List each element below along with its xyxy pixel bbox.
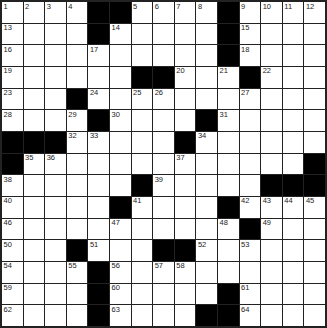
clue-number-15: 15 [241, 24, 249, 32]
cell-r9c4[interactable] [67, 175, 88, 196]
cell-r15c12[interactable]: 64 [240, 305, 261, 326]
cell-r7c11[interactable] [218, 132, 239, 153]
clue-number-19: 19 [4, 67, 12, 75]
cell-r2c12[interactable]: 15 [240, 24, 261, 45]
cell-r6c4[interactable]: 29 [67, 110, 88, 131]
clue-number-6: 6 [155, 3, 159, 11]
clue-number-46: 46 [4, 219, 12, 227]
clue-number-60: 60 [112, 284, 120, 292]
cell-r10c9[interactable] [175, 197, 196, 218]
cell-r14c15[interactable] [304, 284, 325, 305]
cell-r14c2[interactable] [24, 284, 45, 305]
clue-number-61: 61 [241, 284, 249, 292]
cell-r5c5[interactable]: 24 [88, 89, 109, 110]
clue-number-37: 37 [176, 154, 184, 162]
cell-r11c9[interactable] [175, 219, 196, 240]
cell-r1c9[interactable]: 7 [175, 2, 196, 23]
cell-r11c13[interactable]: 49 [261, 219, 282, 240]
cell-r1c13[interactable]: 10 [261, 2, 282, 23]
cell-r6c9[interactable] [175, 110, 196, 131]
cell-r8c10[interactable] [196, 154, 217, 175]
black-cell-r1c11 [218, 2, 239, 23]
black-cell-r12c9 [175, 240, 196, 261]
cell-r13c11[interactable] [218, 262, 239, 283]
cell-r7c7[interactable] [132, 132, 153, 153]
cell-r8c7[interactable] [132, 154, 153, 175]
cell-r14c13[interactable] [261, 284, 282, 305]
cell-r4c11[interactable]: 21 [218, 67, 239, 88]
clue-number-48: 48 [220, 219, 228, 227]
cell-r8c2[interactable]: 35 [24, 154, 45, 175]
cell-r15c15[interactable] [304, 305, 325, 326]
black-cell-r3c11 [218, 45, 239, 66]
black-cell-r12c4 [67, 240, 88, 261]
cell-r1c14[interactable]: 11 [283, 2, 304, 23]
clue-number-47: 47 [112, 219, 120, 227]
cell-r4c5[interactable] [88, 67, 109, 88]
black-cell-r1c5 [88, 2, 109, 23]
black-cell-r8c1 [2, 154, 23, 175]
black-cell-r5c4 [67, 89, 88, 110]
clue-number-54: 54 [4, 262, 12, 270]
cell-r1c4[interactable]: 4 [67, 2, 88, 23]
clue-number-14: 14 [112, 24, 120, 32]
cell-r14c10[interactable] [196, 284, 217, 305]
clue-number-41: 41 [133, 197, 141, 205]
black-cell-r13c5 [88, 262, 109, 283]
cell-r1c15[interactable]: 12 [304, 2, 325, 23]
cell-r4c10[interactable] [196, 67, 217, 88]
cell-r13c4[interactable]: 55 [67, 262, 88, 283]
cell-r2c4[interactable] [67, 24, 88, 45]
cell-r12c1[interactable]: 50 [2, 240, 23, 261]
cell-r12c11[interactable] [218, 240, 239, 261]
cell-r5c7[interactable]: 25 [132, 89, 153, 110]
cell-r6c12[interactable] [240, 110, 261, 131]
cell-r10c5[interactable] [88, 197, 109, 218]
cell-r4c14[interactable] [283, 67, 304, 88]
black-cell-r7c1 [2, 132, 23, 153]
clue-number-31: 31 [220, 111, 228, 119]
cell-r11c10[interactable] [196, 219, 217, 240]
clue-number-12: 12 [306, 3, 314, 11]
cell-r6c15[interactable] [304, 110, 325, 131]
clue-number-53: 53 [241, 241, 249, 249]
clue-number-9: 9 [241, 3, 245, 11]
cell-r1c8[interactable]: 6 [153, 2, 174, 23]
cell-r3c1[interactable]: 16 [2, 45, 23, 66]
clue-number-64: 64 [241, 306, 249, 314]
cell-r15c14[interactable] [283, 305, 304, 326]
cell-r14c4[interactable] [67, 284, 88, 305]
cell-r4c6[interactable] [110, 67, 131, 88]
cell-r5c13[interactable] [261, 89, 282, 110]
clue-number-63: 63 [112, 306, 120, 314]
crossword-board: 1234567891011121314151617181920212223242… [0, 0, 327, 328]
clue-number-30: 30 [112, 111, 120, 119]
cell-r14c6[interactable]: 60 [110, 284, 131, 305]
cell-r9c6[interactable] [110, 175, 131, 196]
clue-number-39: 39 [155, 176, 163, 184]
cell-r8c11[interactable] [218, 154, 239, 175]
cell-r7c15[interactable] [304, 132, 325, 153]
cell-r9c8[interactable]: 39 [153, 175, 174, 196]
cell-r6c1[interactable]: 28 [2, 110, 23, 131]
cell-r11c5[interactable] [88, 219, 109, 240]
black-cell-r10c11 [218, 197, 239, 218]
cell-r1c3[interactable]: 3 [45, 2, 66, 23]
cell-r14c8[interactable] [153, 284, 174, 305]
cell-r7c10[interactable]: 34 [196, 132, 217, 153]
cell-r10c7[interactable]: 41 [132, 197, 153, 218]
cell-r6c7[interactable] [132, 110, 153, 131]
black-cell-r8c15 [304, 154, 325, 175]
cell-r13c7[interactable] [132, 262, 153, 283]
cell-r8c8[interactable] [153, 154, 174, 175]
cell-r2c2[interactable] [24, 24, 45, 45]
clue-number-11: 11 [284, 3, 292, 11]
cell-r3c9[interactable] [175, 45, 196, 66]
cell-r3c7[interactable] [132, 45, 153, 66]
cell-r5c15[interactable] [304, 89, 325, 110]
cell-r7c14[interactable] [283, 132, 304, 153]
clue-number-34: 34 [198, 132, 206, 140]
cell-r13c13[interactable] [261, 262, 282, 283]
cell-r12c15[interactable] [304, 240, 325, 261]
cell-r1c7[interactable]: 5 [132, 2, 153, 23]
cell-r2c1[interactable]: 13 [2, 24, 23, 45]
cell-r9c1[interactable]: 38 [2, 175, 23, 196]
cell-r15c7[interactable] [132, 305, 153, 326]
cell-r11c14[interactable] [283, 219, 304, 240]
cell-r8c14[interactable] [283, 154, 304, 175]
cell-r3c14[interactable] [283, 45, 304, 66]
cell-r8c12[interactable] [240, 154, 261, 175]
clue-number-40: 40 [4, 197, 12, 205]
cell-r2c14[interactable] [283, 24, 304, 45]
cell-r8c5[interactable] [88, 154, 109, 175]
cell-r11c3[interactable] [45, 219, 66, 240]
cell-r13c9[interactable]: 58 [175, 262, 196, 283]
black-cell-r2c5 [88, 24, 109, 45]
cell-r10c12[interactable]: 42 [240, 197, 261, 218]
cell-r7c4[interactable]: 32 [67, 132, 88, 153]
clue-number-21: 21 [220, 67, 228, 75]
clue-number-13: 13 [4, 24, 12, 32]
black-cell-r4c12 [240, 67, 261, 88]
black-cell-r14c5 [88, 284, 109, 305]
clue-number-18: 18 [241, 46, 249, 54]
black-cell-r2c11 [218, 24, 239, 45]
cell-r12c6[interactable] [110, 240, 131, 261]
black-cell-r1c6 [110, 2, 131, 23]
black-cell-r9c14 [283, 175, 304, 196]
cell-r3c4[interactable] [67, 45, 88, 66]
cell-r9c12[interactable] [240, 175, 261, 196]
cell-r2c3[interactable] [45, 24, 66, 45]
cell-r4c13[interactable]: 22 [261, 67, 282, 88]
black-cell-r6c5 [88, 110, 109, 131]
black-cell-r12c8 [153, 240, 174, 261]
crossword-grid: 1234567891011121314151617181920212223242… [0, 0, 327, 328]
clue-number-42: 42 [241, 197, 249, 205]
cell-r11c15[interactable] [304, 219, 325, 240]
black-cell-r10c6 [110, 197, 131, 218]
cell-r13c6[interactable]: 56 [110, 262, 131, 283]
black-cell-r11c12 [240, 219, 261, 240]
cell-r10c13[interactable]: 43 [261, 197, 282, 218]
cell-r13c3[interactable] [45, 262, 66, 283]
cell-r7c12[interactable] [240, 132, 261, 153]
cell-r13c15[interactable] [304, 262, 325, 283]
clue-number-27: 27 [241, 89, 249, 97]
cell-r13c8[interactable]: 57 [153, 262, 174, 283]
clue-number-10: 10 [263, 3, 271, 11]
clue-number-8: 8 [198, 3, 202, 11]
cell-r4c4[interactable] [67, 67, 88, 88]
cell-r3c13[interactable] [261, 45, 282, 66]
cell-r10c10[interactable] [196, 197, 217, 218]
clue-number-35: 35 [25, 154, 33, 162]
cell-r9c11[interactable] [218, 175, 239, 196]
black-cell-r15c10 [196, 305, 217, 326]
cell-r12c12[interactable]: 53 [240, 240, 261, 261]
clue-number-33: 33 [90, 132, 98, 140]
cell-r15c4[interactable] [67, 305, 88, 326]
cell-r4c15[interactable] [304, 67, 325, 88]
cell-r3c8[interactable] [153, 45, 174, 66]
clue-number-43: 43 [263, 197, 271, 205]
cell-r6c13[interactable] [261, 110, 282, 131]
cell-r5c9[interactable] [175, 89, 196, 110]
cell-r9c3[interactable] [45, 175, 66, 196]
cell-r7c8[interactable] [153, 132, 174, 153]
cell-r5c12[interactable]: 27 [240, 89, 261, 110]
clue-number-50: 50 [4, 241, 12, 249]
clue-number-29: 29 [68, 111, 76, 119]
cell-r11c2[interactable] [24, 219, 45, 240]
clue-number-2: 2 [25, 3, 29, 11]
cell-r2c15[interactable] [304, 24, 325, 45]
cell-r10c8[interactable] [153, 197, 174, 218]
clue-number-4: 4 [68, 3, 72, 11]
black-cell-r15c5 [88, 305, 109, 326]
cell-r12c14[interactable] [283, 240, 304, 261]
cell-r15c2[interactable] [24, 305, 45, 326]
cell-r5c11[interactable] [218, 89, 239, 110]
cell-r4c9[interactable]: 20 [175, 67, 196, 88]
cell-r2c6[interactable]: 14 [110, 24, 131, 45]
cell-r9c2[interactable] [24, 175, 45, 196]
cell-r10c3[interactable] [45, 197, 66, 218]
black-cell-r9c15 [304, 175, 325, 196]
cell-r15c6[interactable]: 63 [110, 305, 131, 326]
cell-r15c13[interactable] [261, 305, 282, 326]
cell-r3c15[interactable] [304, 45, 325, 66]
black-cell-r7c3 [45, 132, 66, 153]
cell-r1c10[interactable]: 8 [196, 2, 217, 23]
cell-r14c14[interactable] [283, 284, 304, 305]
cell-r13c12[interactable] [240, 262, 261, 283]
cell-r15c3[interactable] [45, 305, 66, 326]
cell-r14c1[interactable]: 59 [2, 284, 23, 305]
clue-number-25: 25 [133, 89, 141, 97]
clue-number-24: 24 [90, 89, 98, 97]
clue-number-45: 45 [306, 197, 314, 205]
cell-r4c1[interactable]: 19 [2, 67, 23, 88]
cell-r15c1[interactable]: 62 [2, 305, 23, 326]
clue-number-36: 36 [47, 154, 55, 162]
clue-number-5: 5 [133, 3, 137, 11]
clue-number-7: 7 [176, 3, 180, 11]
clue-number-23: 23 [4, 89, 12, 97]
clue-number-44: 44 [284, 197, 292, 205]
cell-r9c5[interactable] [88, 175, 109, 196]
cell-r2c9[interactable] [175, 24, 196, 45]
cell-r8c4[interactable] [67, 154, 88, 175]
clue-number-26: 26 [155, 89, 163, 97]
clue-number-59: 59 [4, 284, 12, 292]
cell-r15c9[interactable] [175, 305, 196, 326]
cell-r9c10[interactable] [196, 175, 217, 196]
cell-r3c2[interactable] [24, 45, 45, 66]
cell-r13c10[interactable] [196, 262, 217, 283]
cell-r2c8[interactable] [153, 24, 174, 45]
black-cell-r4c7 [132, 67, 153, 88]
cell-r9c9[interactable] [175, 175, 196, 196]
black-cell-r15c11 [218, 305, 239, 326]
cell-r11c1[interactable]: 46 [2, 219, 23, 240]
cell-r2c13[interactable] [261, 24, 282, 45]
clue-number-58: 58 [176, 262, 184, 270]
cell-r14c9[interactable] [175, 284, 196, 305]
cell-r6c2[interactable] [24, 110, 45, 131]
black-cell-r14c11 [218, 284, 239, 305]
cell-r5c1[interactable]: 23 [2, 89, 23, 110]
cell-r12c10[interactable]: 52 [196, 240, 217, 261]
black-cell-r7c9 [175, 132, 196, 153]
clue-number-62: 62 [4, 306, 12, 314]
cell-r4c3[interactable] [45, 67, 66, 88]
cell-r3c5[interactable]: 17 [88, 45, 109, 66]
cell-r3c3[interactable] [45, 45, 66, 66]
cell-r10c14[interactable]: 44 [283, 197, 304, 218]
cell-r10c1[interactable]: 40 [2, 197, 23, 218]
clue-number-16: 16 [4, 46, 12, 54]
clue-number-57: 57 [155, 262, 163, 270]
clue-number-38: 38 [4, 176, 12, 184]
cell-r10c15[interactable]: 45 [304, 197, 325, 218]
cell-r11c6[interactable]: 47 [110, 219, 131, 240]
cell-r12c3[interactable] [45, 240, 66, 261]
clue-number-3: 3 [47, 3, 51, 11]
black-cell-r7c2 [24, 132, 45, 153]
cell-r12c13[interactable] [261, 240, 282, 261]
cell-r12c7[interactable] [132, 240, 153, 261]
cell-r3c12[interactable]: 18 [240, 45, 261, 66]
cell-r15c8[interactable] [153, 305, 174, 326]
cell-r11c11[interactable]: 48 [218, 219, 239, 240]
cell-r13c2[interactable] [24, 262, 45, 283]
clue-number-17: 17 [90, 46, 98, 54]
cell-r2c10[interactable] [196, 24, 217, 45]
cell-r14c12[interactable]: 61 [240, 284, 261, 305]
cell-r11c7[interactable] [132, 219, 153, 240]
clue-number-1: 1 [4, 3, 8, 11]
cell-r2c7[interactable] [132, 24, 153, 45]
cell-r11c4[interactable] [67, 219, 88, 240]
cell-r4c2[interactable] [24, 67, 45, 88]
cell-r5c14[interactable] [283, 89, 304, 110]
cell-r10c4[interactable] [67, 197, 88, 218]
black-cell-r4c8 [153, 67, 174, 88]
cell-r7c5[interactable]: 33 [88, 132, 109, 153]
cell-r6c6[interactable]: 30 [110, 110, 131, 131]
cell-r1c2[interactable]: 2 [24, 2, 45, 23]
cell-r12c5[interactable]: 51 [88, 240, 109, 261]
black-cell-r9c7 [132, 175, 153, 196]
clue-number-49: 49 [263, 219, 271, 227]
clue-number-56: 56 [112, 262, 120, 270]
cell-r8c9[interactable]: 37 [175, 154, 196, 175]
cell-r11c8[interactable] [153, 219, 174, 240]
cell-r8c6[interactable] [110, 154, 131, 175]
cell-r5c3[interactable] [45, 89, 66, 110]
clue-number-55: 55 [68, 262, 76, 270]
cell-r14c7[interactable] [132, 284, 153, 305]
clue-number-20: 20 [176, 67, 184, 75]
cell-r6c8[interactable] [153, 110, 174, 131]
cell-r8c13[interactable] [261, 154, 282, 175]
cell-r6c3[interactable] [45, 110, 66, 131]
cell-r14c3[interactable] [45, 284, 66, 305]
clue-number-32: 32 [68, 132, 76, 140]
cell-r5c6[interactable] [110, 89, 131, 110]
cell-r12c2[interactable] [24, 240, 45, 261]
clue-number-22: 22 [263, 67, 271, 75]
cell-r5c2[interactable] [24, 89, 45, 110]
cell-r6c14[interactable] [283, 110, 304, 131]
cell-r3c10[interactable] [196, 45, 217, 66]
clue-number-52: 52 [198, 241, 206, 249]
clue-number-51: 51 [90, 241, 98, 249]
cell-r3c6[interactable] [110, 45, 131, 66]
black-cell-r9c13 [261, 175, 282, 196]
cell-r13c1[interactable]: 54 [2, 262, 23, 283]
cell-r5c8[interactable]: 26 [153, 89, 174, 110]
cell-r10c2[interactable] [24, 197, 45, 218]
cell-r5c10[interactable] [196, 89, 217, 110]
cell-r6c11[interactable]: 31 [218, 110, 239, 131]
cell-r1c12[interactable]: 9 [240, 2, 261, 23]
clue-number-28: 28 [4, 111, 12, 119]
cell-r7c13[interactable] [261, 132, 282, 153]
black-cell-r6c10 [196, 110, 217, 131]
cell-r8c3[interactable]: 36 [45, 154, 66, 175]
cell-r13c14[interactable] [283, 262, 304, 283]
cell-r7c6[interactable] [110, 132, 131, 153]
cell-r1c1[interactable]: 1 [2, 2, 23, 23]
